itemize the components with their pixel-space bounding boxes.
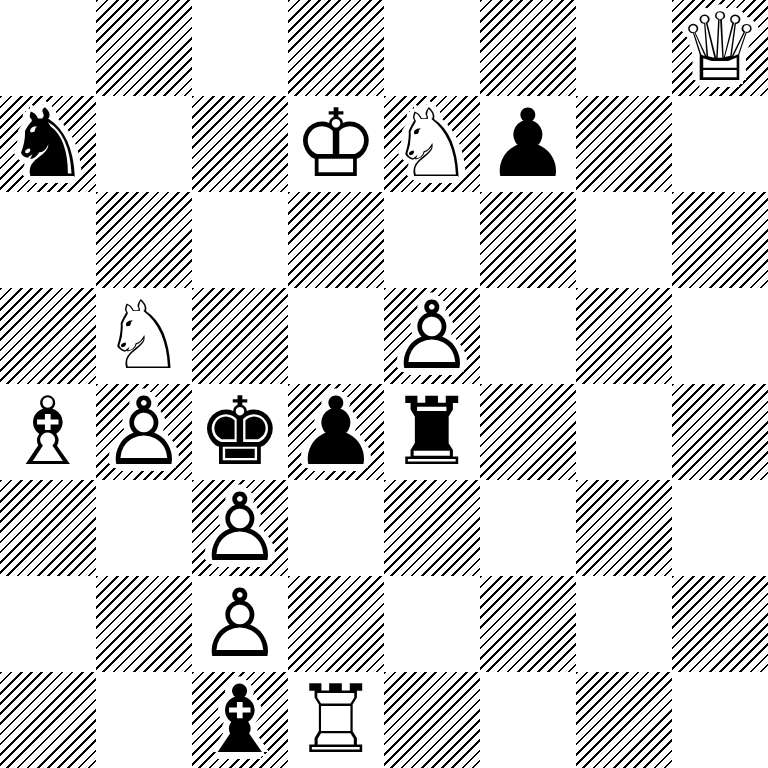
- square-g4[interactable]: [576, 384, 672, 480]
- square-e6[interactable]: [384, 192, 480, 288]
- square-d5[interactable]: [288, 288, 384, 384]
- square-e2[interactable]: [384, 576, 480, 672]
- piece-black-pawn: ♟: [288, 384, 384, 480]
- square-h4[interactable]: [672, 384, 768, 480]
- square-c5[interactable]: [192, 288, 288, 384]
- square-b8[interactable]: [96, 0, 192, 96]
- square-g2[interactable]: [576, 576, 672, 672]
- square-b7[interactable]: [96, 96, 192, 192]
- square-f2[interactable]: [480, 576, 576, 672]
- square-a7[interactable]: ♞♞: [0, 96, 96, 192]
- square-c6[interactable]: [192, 192, 288, 288]
- square-a8[interactable]: [0, 0, 96, 96]
- square-b1[interactable]: [96, 672, 192, 768]
- piece-white-bishop: ♗: [0, 384, 96, 480]
- square-h2[interactable]: [672, 576, 768, 672]
- piece-white-knight: ♘: [96, 288, 192, 384]
- piece-black-bishop: ♝: [192, 672, 288, 768]
- piece-halo: ♝: [0, 384, 96, 480]
- square-f4[interactable]: [480, 384, 576, 480]
- piece-halo: ♞: [384, 96, 480, 192]
- piece-white-pawn: ♙: [384, 288, 480, 384]
- square-h8[interactable]: ♛♕: [672, 0, 768, 96]
- square-a3[interactable]: [0, 480, 96, 576]
- piece-white-pawn: ♙: [192, 480, 288, 576]
- piece-white-pawn: ♙: [192, 576, 288, 672]
- piece-white-knight: ♘: [384, 96, 480, 192]
- piece-white-pawn: ♙: [96, 384, 192, 480]
- square-a6[interactable]: [0, 192, 96, 288]
- square-f7[interactable]: ♟♟: [480, 96, 576, 192]
- square-b3[interactable]: [96, 480, 192, 576]
- piece-halo: ♝: [192, 672, 288, 768]
- square-c1[interactable]: ♝♝: [192, 672, 288, 768]
- square-a5[interactable]: [0, 288, 96, 384]
- square-d7[interactable]: ♚♔: [288, 96, 384, 192]
- piece-white-queen: ♕: [672, 0, 768, 96]
- square-d2[interactable]: [288, 576, 384, 672]
- square-g3[interactable]: [576, 480, 672, 576]
- square-c7[interactable]: [192, 96, 288, 192]
- square-b5[interactable]: ♞♘: [96, 288, 192, 384]
- piece-halo: ♛: [672, 0, 768, 96]
- piece-white-king: ♔: [288, 96, 384, 192]
- square-c8[interactable]: [192, 0, 288, 96]
- square-d1[interactable]: ♜♖: [288, 672, 384, 768]
- piece-halo: ♟: [384, 288, 480, 384]
- square-e1[interactable]: [384, 672, 480, 768]
- square-g5[interactable]: [576, 288, 672, 384]
- square-f5[interactable]: [480, 288, 576, 384]
- square-h7[interactable]: [672, 96, 768, 192]
- square-c2[interactable]: ♟♙: [192, 576, 288, 672]
- piece-halo: ♜: [384, 384, 480, 480]
- square-b6[interactable]: [96, 192, 192, 288]
- square-d4[interactable]: ♟♟: [288, 384, 384, 480]
- square-g6[interactable]: [576, 192, 672, 288]
- square-h5[interactable]: [672, 288, 768, 384]
- piece-halo: ♚: [288, 96, 384, 192]
- square-f6[interactable]: [480, 192, 576, 288]
- piece-black-king: ♚: [192, 384, 288, 480]
- piece-black-knight: ♞: [0, 96, 96, 192]
- piece-halo: ♞: [0, 96, 96, 192]
- square-a4[interactable]: ♝♗: [0, 384, 96, 480]
- square-e4[interactable]: ♜♜: [384, 384, 480, 480]
- square-e7[interactable]: ♞♘: [384, 96, 480, 192]
- piece-halo: ♟: [480, 96, 576, 192]
- piece-halo: ♟: [192, 576, 288, 672]
- square-e8[interactable]: [384, 0, 480, 96]
- square-a2[interactable]: [0, 576, 96, 672]
- square-e5[interactable]: ♟♙: [384, 288, 480, 384]
- piece-halo: ♟: [288, 384, 384, 480]
- square-c4[interactable]: ♚♚: [192, 384, 288, 480]
- square-a1[interactable]: [0, 672, 96, 768]
- piece-halo: ♟: [96, 384, 192, 480]
- piece-white-rook: ♖: [288, 672, 384, 768]
- piece-halo: ♟: [192, 480, 288, 576]
- chess-board: ♛♕♞♞♚♔♞♘♟♟♞♘♟♙♝♗♟♙♚♚♟♟♜♜♟♙♟♙♝♝♜♖: [0, 0, 768, 768]
- square-g8[interactable]: [576, 0, 672, 96]
- square-d3[interactable]: [288, 480, 384, 576]
- square-e3[interactable]: [384, 480, 480, 576]
- square-g7[interactable]: [576, 96, 672, 192]
- piece-halo: ♜: [288, 672, 384, 768]
- square-h3[interactable]: [672, 480, 768, 576]
- square-h1[interactable]: [672, 672, 768, 768]
- square-g1[interactable]: [576, 672, 672, 768]
- piece-black-pawn: ♟: [480, 96, 576, 192]
- square-h6[interactable]: [672, 192, 768, 288]
- square-f8[interactable]: [480, 0, 576, 96]
- square-d6[interactable]: [288, 192, 384, 288]
- piece-halo: ♚: [192, 384, 288, 480]
- piece-halo: ♞: [96, 288, 192, 384]
- square-c3[interactable]: ♟♙: [192, 480, 288, 576]
- square-b2[interactable]: [96, 576, 192, 672]
- piece-black-rook: ♜: [384, 384, 480, 480]
- square-b4[interactable]: ♟♙: [96, 384, 192, 480]
- square-d8[interactable]: [288, 0, 384, 96]
- square-f3[interactable]: [480, 480, 576, 576]
- square-f1[interactable]: [480, 672, 576, 768]
